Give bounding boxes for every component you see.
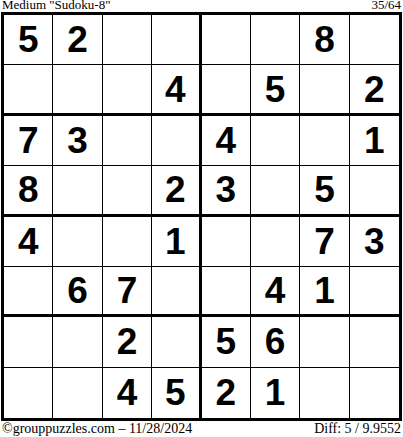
cell-r1c4	[152, 15, 201, 65]
cell-r1c6	[251, 15, 300, 65]
cell-r2c5	[202, 65, 251, 115]
cell-r4c2	[53, 166, 102, 216]
footer-bar: ©grouppuzzles.com – 11/28/2024 Diff: 5 /…	[2, 421, 401, 437]
cell-r8c2	[53, 368, 102, 418]
cell-r8c8	[350, 368, 399, 418]
cell-r1c7: 8	[300, 15, 349, 65]
cell-r5c2	[53, 217, 102, 267]
puzzle-title: Medium "Sudoku-8"	[2, 0, 110, 12]
cell-r6c2: 6	[53, 267, 102, 317]
cell-r4c4: 2	[152, 166, 201, 216]
cell-r7c3: 2	[103, 317, 152, 367]
cell-r1c1: 5	[4, 15, 53, 65]
cell-r8c1	[4, 368, 53, 418]
cell-r3c5: 4	[202, 116, 251, 166]
cell-r7c6: 6	[251, 317, 300, 367]
cell-r6c3: 7	[103, 267, 152, 317]
cell-r6c5	[202, 267, 251, 317]
cell-r3c1: 7	[4, 116, 53, 166]
cell-r2c7	[300, 65, 349, 115]
cell-r7c8	[350, 317, 399, 367]
cell-r1c5	[202, 15, 251, 65]
cell-r4c7: 5	[300, 166, 349, 216]
header-bar: Medium "Sudoku-8" 35/64	[2, 0, 401, 12]
cell-r3c7	[300, 116, 349, 166]
sudoku-page: Medium "Sudoku-8" 35/64 5284527341823541…	[0, 0, 403, 437]
cell-r4c8	[350, 166, 399, 216]
cell-r2c2	[53, 65, 102, 115]
cell-r4c1: 8	[4, 166, 53, 216]
cell-r2c8: 2	[350, 65, 399, 115]
cell-r6c4	[152, 267, 201, 317]
cell-r5c1: 4	[4, 217, 53, 267]
cell-r3c6	[251, 116, 300, 166]
cell-r8c7	[300, 368, 349, 418]
cell-r3c4	[152, 116, 201, 166]
cell-r7c4	[152, 317, 201, 367]
cell-r3c2: 3	[53, 116, 102, 166]
cell-r1c3	[103, 15, 152, 65]
cell-r2c1	[4, 65, 53, 115]
cell-r5c4: 1	[152, 217, 201, 267]
cell-r5c5	[202, 217, 251, 267]
copyright-text: ©grouppuzzles.com – 11/28/2024	[2, 421, 192, 437]
cell-r7c1	[4, 317, 53, 367]
cell-r5c7: 7	[300, 217, 349, 267]
cell-r5c3	[103, 217, 152, 267]
cell-r2c4: 4	[152, 65, 201, 115]
cell-r5c6	[251, 217, 300, 267]
cell-r4c6	[251, 166, 300, 216]
cell-r6c6: 4	[251, 267, 300, 317]
cell-r1c8	[350, 15, 399, 65]
difficulty-text: Diff: 5 / 9.9552	[314, 421, 401, 437]
cell-r7c2	[53, 317, 102, 367]
cell-r8c4: 5	[152, 368, 201, 418]
cell-r3c3	[103, 116, 152, 166]
cell-r6c8	[350, 267, 399, 317]
cell-r8c5: 2	[202, 368, 251, 418]
cell-r2c3	[103, 65, 152, 115]
sudoku-board: 52845273418235417367412564521	[1, 12, 402, 421]
cell-r3c8: 1	[350, 116, 399, 166]
cell-r1c2: 2	[53, 15, 102, 65]
cell-r8c6: 1	[251, 368, 300, 418]
cell-r6c7: 1	[300, 267, 349, 317]
cell-r2c6: 5	[251, 65, 300, 115]
cell-r4c5: 3	[202, 166, 251, 216]
remaining-counter: 35/64	[371, 0, 401, 12]
cell-r8c3: 4	[103, 368, 152, 418]
cell-r6c1	[4, 267, 53, 317]
cell-r7c5: 5	[202, 317, 251, 367]
cell-r4c3	[103, 166, 152, 216]
cell-r5c8: 3	[350, 217, 399, 267]
cell-r7c7	[300, 317, 349, 367]
